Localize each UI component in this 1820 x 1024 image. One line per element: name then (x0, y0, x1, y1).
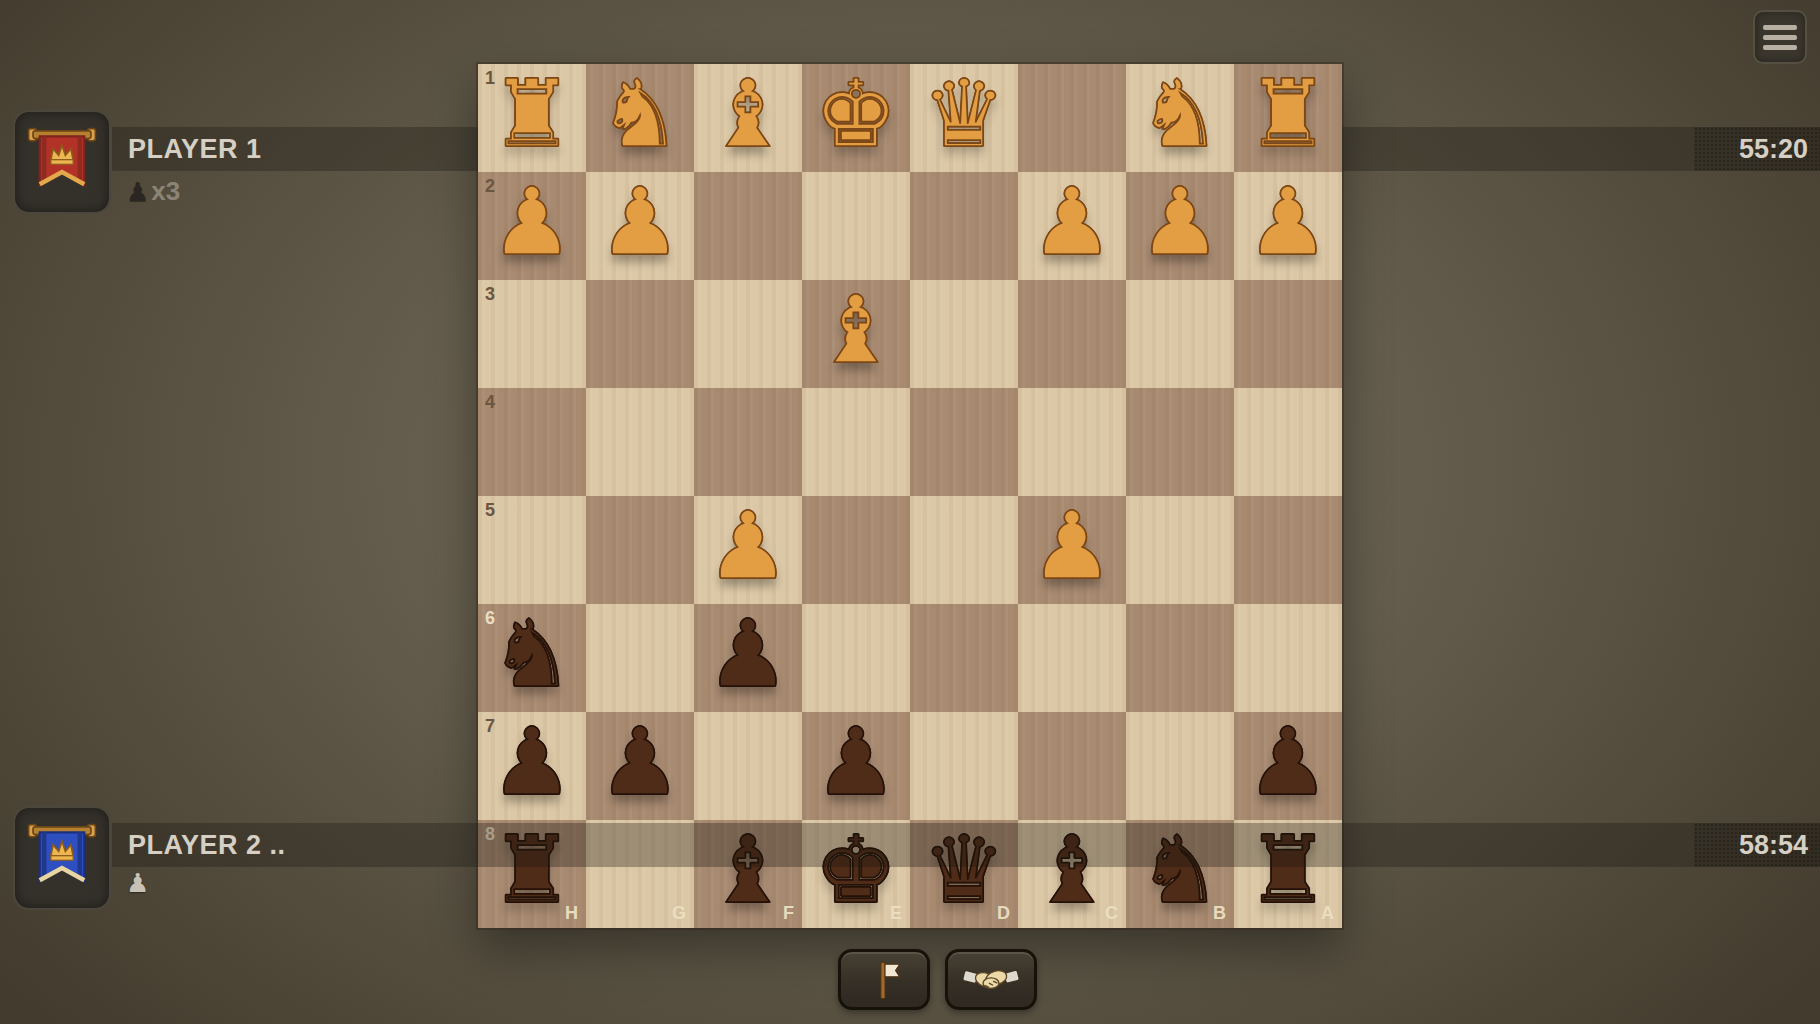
white-knight[interactable]: ♞ (598, 68, 681, 161)
square-d6[interactable] (910, 604, 1018, 712)
hamburger-icon (1763, 25, 1797, 50)
square-a5[interactable] (1234, 496, 1342, 604)
square-g3[interactable] (586, 280, 694, 388)
player2-avatar[interactable] (13, 806, 111, 910)
square-b2[interactable]: ♟ (1126, 172, 1234, 280)
draw-button[interactable] (945, 949, 1037, 1010)
blue-banner-icon (26, 819, 98, 897)
black-knight[interactable]: ♞ (490, 608, 573, 701)
square-h4[interactable]: 4 (478, 388, 586, 496)
white-pawn[interactable]: ♟ (1030, 176, 1113, 269)
white-bishop[interactable]: ♝ (814, 284, 897, 377)
square-d4[interactable] (910, 388, 1018, 496)
square-g7[interactable]: ♟ (586, 712, 694, 820)
square-b5[interactable] (1126, 496, 1234, 604)
square-e7[interactable]: ♟ (802, 712, 910, 820)
square-f2[interactable] (694, 172, 802, 280)
white-pawn[interactable]: ♟ (1246, 176, 1329, 269)
square-f7[interactable] (694, 712, 802, 820)
resign-button[interactable] (838, 949, 930, 1010)
square-c7[interactable] (1018, 712, 1126, 820)
square-a6[interactable] (1234, 604, 1342, 712)
player1-clock: 55:20 (1739, 134, 1808, 165)
captured-count: x3 (151, 176, 180, 207)
square-b3[interactable] (1126, 280, 1234, 388)
square-d7[interactable] (910, 712, 1018, 820)
player1-captured: ♟ x3 (126, 176, 180, 207)
handshake-icon (963, 962, 1019, 998)
square-h6[interactable]: 6♞ (478, 604, 586, 712)
file-label-G: G (672, 903, 686, 924)
square-h1[interactable]: 1♜ (478, 64, 586, 172)
player2-bar: PLAYER 2 .. 58:54 (112, 823, 1820, 867)
rank-label-4: 4 (485, 392, 495, 413)
player2-captured: ♟ (126, 870, 151, 896)
square-h7[interactable]: 7♟ (478, 712, 586, 820)
square-f3[interactable] (694, 280, 802, 388)
square-b4[interactable] (1126, 388, 1234, 496)
square-d5[interactable] (910, 496, 1018, 604)
square-e4[interactable] (802, 388, 910, 496)
square-a3[interactable] (1234, 280, 1342, 388)
white-rook[interactable]: ♜ (1246, 68, 1329, 161)
square-e5[interactable] (802, 496, 910, 604)
black-pawn[interactable]: ♟ (1246, 716, 1329, 809)
player1-name: PLAYER 1 (128, 134, 262, 165)
black-pawn[interactable]: ♟ (706, 608, 789, 701)
square-h3[interactable]: 3 (478, 280, 586, 388)
white-queen[interactable]: ♛ (922, 68, 1005, 161)
menu-button[interactable] (1753, 10, 1807, 64)
square-g5[interactable] (586, 496, 694, 604)
white-rook[interactable]: ♜ (490, 68, 573, 161)
black-pawn[interactable]: ♟ (598, 716, 681, 809)
white-knight[interactable]: ♞ (1138, 68, 1221, 161)
square-e1[interactable]: ♚ (802, 64, 910, 172)
square-g4[interactable] (586, 388, 694, 496)
rank-label-5: 5 (485, 500, 495, 521)
red-banner-icon (26, 123, 98, 201)
square-e6[interactable] (802, 604, 910, 712)
square-a7[interactable]: ♟ (1234, 712, 1342, 820)
square-b1[interactable]: ♞ (1126, 64, 1234, 172)
player1-avatar[interactable] (13, 110, 111, 214)
captured-pawn-icon: ♟ (126, 870, 149, 896)
square-f1[interactable]: ♝ (694, 64, 802, 172)
square-a1[interactable]: ♜ (1234, 64, 1342, 172)
square-c1[interactable] (1018, 64, 1126, 172)
white-king[interactable]: ♚ (814, 68, 897, 161)
player2-clock: 58:54 (1739, 830, 1808, 861)
square-f4[interactable] (694, 388, 802, 496)
square-b6[interactable] (1126, 604, 1234, 712)
white-bishop[interactable]: ♝ (706, 68, 789, 161)
square-g1[interactable]: ♞ (586, 64, 694, 172)
black-pawn[interactable]: ♟ (814, 716, 897, 809)
white-pawn[interactable]: ♟ (490, 176, 573, 269)
chess-board: 1♜♞♝♚♛♞♜2♟♟♟♟♟3♝45♟♟6♞♟7♟♟♟♟8H♜GF♝E♚D♛C♝… (478, 64, 1342, 928)
square-c4[interactable] (1018, 388, 1126, 496)
square-f5[interactable]: ♟ (694, 496, 802, 604)
square-e3[interactable]: ♝ (802, 280, 910, 388)
player2-name: PLAYER 2 .. (128, 830, 286, 861)
captured-pawn-icon: ♟ (126, 179, 149, 205)
square-d3[interactable] (910, 280, 1018, 388)
white-pawn[interactable]: ♟ (1138, 176, 1221, 269)
square-d2[interactable] (910, 172, 1018, 280)
square-d1[interactable]: ♛ (910, 64, 1018, 172)
square-e2[interactable] (802, 172, 910, 280)
black-pawn[interactable]: ♟ (490, 716, 573, 809)
square-b7[interactable] (1126, 712, 1234, 820)
square-c5[interactable]: ♟ (1018, 496, 1126, 604)
white-pawn[interactable]: ♟ (1030, 500, 1113, 593)
white-pawn[interactable]: ♟ (598, 176, 681, 269)
game-controls (838, 949, 1037, 1010)
square-c6[interactable] (1018, 604, 1126, 712)
square-g2[interactable]: ♟ (586, 172, 694, 280)
square-g6[interactable] (586, 604, 694, 712)
square-f6[interactable]: ♟ (694, 604, 802, 712)
white-pawn[interactable]: ♟ (706, 500, 789, 593)
square-c2[interactable]: ♟ (1018, 172, 1126, 280)
square-h2[interactable]: 2♟ (478, 172, 586, 280)
square-h5[interactable]: 5 (478, 496, 586, 604)
square-c3[interactable] (1018, 280, 1126, 388)
square-a2[interactable]: ♟ (1234, 172, 1342, 280)
rank-label-3: 3 (485, 284, 495, 305)
square-a4[interactable] (1234, 388, 1342, 496)
white-flag-icon (863, 957, 905, 1003)
